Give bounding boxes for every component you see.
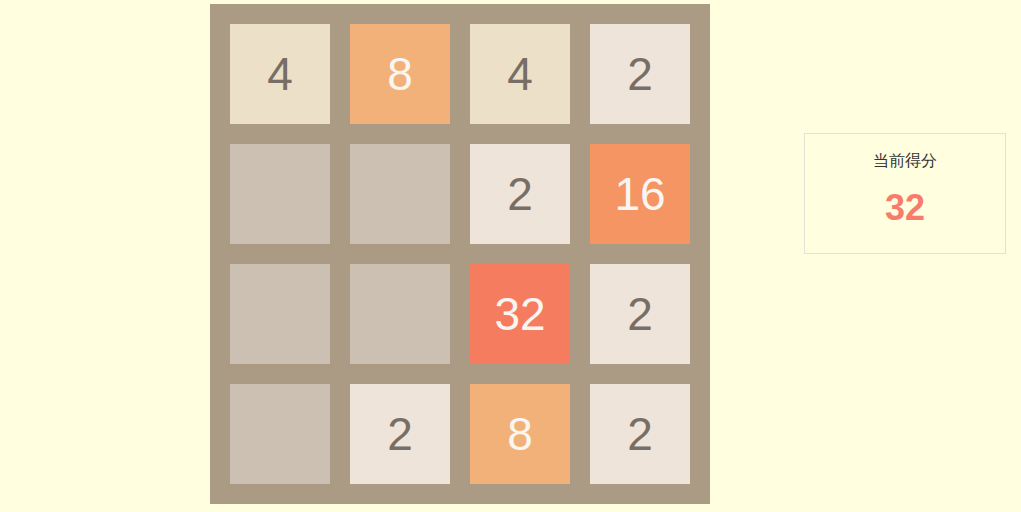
tile-4: 4	[470, 24, 570, 124]
tile-2: 2	[590, 24, 690, 124]
tile-8: 8	[470, 384, 570, 484]
tile-2: 2	[350, 384, 450, 484]
empty-cell	[230, 264, 330, 364]
empty-cell	[230, 384, 330, 484]
tile-32: 32	[470, 264, 570, 364]
tile-2: 2	[470, 144, 570, 244]
tile-4: 4	[230, 24, 330, 124]
tile-8: 8	[350, 24, 450, 124]
empty-cell	[350, 144, 450, 244]
tile-16: 16	[590, 144, 690, 244]
tile-2: 2	[590, 384, 690, 484]
empty-cell	[350, 264, 450, 364]
score-value: 32	[805, 188, 1005, 228]
score-panel: 当前得分 32	[804, 133, 1006, 254]
tile-2: 2	[590, 264, 690, 364]
empty-cell	[230, 144, 330, 244]
board-2048[interactable]: 4842216322282	[210, 4, 710, 504]
score-label: 当前得分	[805, 150, 1005, 172]
